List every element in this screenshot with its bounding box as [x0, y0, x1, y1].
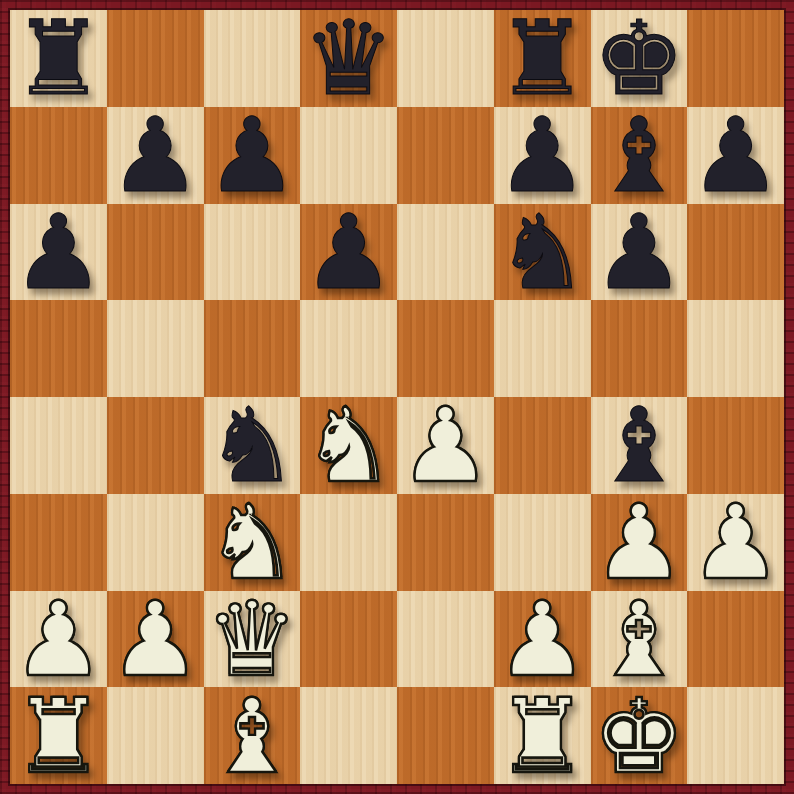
- piece-black-king[interactable]: ♚: [593, 10, 685, 106]
- square-a5[interactable]: [10, 300, 107, 397]
- piece-white-pawn[interactable]: ♟: [689, 494, 781, 590]
- piece-black-bishop[interactable]: ♝: [593, 107, 685, 203]
- piece-black-pawn[interactable]: ♟: [206, 107, 298, 203]
- square-b2[interactable]: ♟: [107, 591, 204, 688]
- square-h2[interactable]: [687, 591, 784, 688]
- square-e1[interactable]: [397, 687, 494, 784]
- square-b4[interactable]: [107, 397, 204, 494]
- piece-white-knight[interactable]: ♞: [206, 494, 298, 590]
- square-d7[interactable]: [300, 107, 397, 204]
- piece-white-pawn[interactable]: ♟: [399, 397, 491, 493]
- square-g2[interactable]: ♝: [591, 591, 688, 688]
- square-c5[interactable]: [204, 300, 301, 397]
- piece-white-pawn[interactable]: ♟: [109, 591, 201, 687]
- square-c3[interactable]: ♞: [204, 494, 301, 591]
- square-f1[interactable]: ♜: [494, 687, 591, 784]
- square-e4[interactable]: ♟: [397, 397, 494, 494]
- square-d5[interactable]: [300, 300, 397, 397]
- piece-black-rook[interactable]: ♜: [12, 10, 104, 106]
- square-d2[interactable]: [300, 591, 397, 688]
- piece-white-rook[interactable]: ♜: [12, 688, 104, 784]
- piece-white-rook[interactable]: ♜: [496, 688, 588, 784]
- square-c7[interactable]: ♟: [204, 107, 301, 204]
- square-b3[interactable]: [107, 494, 204, 591]
- square-e5[interactable]: [397, 300, 494, 397]
- square-d1[interactable]: [300, 687, 397, 784]
- square-d8[interactable]: ♛: [300, 10, 397, 107]
- square-h8[interactable]: [687, 10, 784, 107]
- square-a7[interactable]: [10, 107, 107, 204]
- square-d3[interactable]: [300, 494, 397, 591]
- square-c4[interactable]: ♞: [204, 397, 301, 494]
- square-g5[interactable]: [591, 300, 688, 397]
- square-h5[interactable]: [687, 300, 784, 397]
- square-b7[interactable]: ♟: [107, 107, 204, 204]
- square-h4[interactable]: [687, 397, 784, 494]
- square-e3[interactable]: [397, 494, 494, 591]
- square-h7[interactable]: ♟: [687, 107, 784, 204]
- piece-black-rook[interactable]: ♜: [496, 10, 588, 106]
- square-b6[interactable]: [107, 204, 204, 301]
- chess-board: ♜♛♜♚♟♟♟♝♟♟♟♞♟♞♞♟♝♞♟♟♟♟♛♟♝♜♝♜♚: [10, 10, 784, 784]
- piece-black-pawn[interactable]: ♟: [593, 204, 685, 300]
- piece-white-bishop[interactable]: ♝: [593, 591, 685, 687]
- square-e8[interactable]: [397, 10, 494, 107]
- piece-black-pawn[interactable]: ♟: [689, 107, 781, 203]
- square-c1[interactable]: ♝: [204, 687, 301, 784]
- piece-white-pawn[interactable]: ♟: [496, 591, 588, 687]
- piece-white-king[interactable]: ♚: [593, 688, 685, 784]
- piece-black-queen[interactable]: ♛: [302, 10, 394, 106]
- square-e2[interactable]: [397, 591, 494, 688]
- square-h1[interactable]: [687, 687, 784, 784]
- piece-black-pawn[interactable]: ♟: [109, 107, 201, 203]
- square-d6[interactable]: ♟: [300, 204, 397, 301]
- square-e7[interactable]: [397, 107, 494, 204]
- square-f4[interactable]: [494, 397, 591, 494]
- square-h3[interactable]: ♟: [687, 494, 784, 591]
- square-f3[interactable]: [494, 494, 591, 591]
- square-f2[interactable]: ♟: [494, 591, 591, 688]
- square-g6[interactable]: ♟: [591, 204, 688, 301]
- square-f5[interactable]: [494, 300, 591, 397]
- square-b5[interactable]: [107, 300, 204, 397]
- square-a2[interactable]: ♟: [10, 591, 107, 688]
- square-f6[interactable]: ♞: [494, 204, 591, 301]
- square-f7[interactable]: ♟: [494, 107, 591, 204]
- square-a8[interactable]: ♜: [10, 10, 107, 107]
- square-g1[interactable]: ♚: [591, 687, 688, 784]
- piece-white-pawn[interactable]: ♟: [593, 494, 685, 590]
- square-e6[interactable]: [397, 204, 494, 301]
- square-b8[interactable]: [107, 10, 204, 107]
- square-b1[interactable]: [107, 687, 204, 784]
- square-c2[interactable]: ♛: [204, 591, 301, 688]
- square-c6[interactable]: [204, 204, 301, 301]
- piece-white-bishop[interactable]: ♝: [206, 688, 298, 784]
- piece-white-queen[interactable]: ♛: [206, 591, 298, 687]
- piece-white-knight[interactable]: ♞: [302, 397, 394, 493]
- piece-black-bishop[interactable]: ♝: [593, 397, 685, 493]
- piece-black-knight[interactable]: ♞: [206, 397, 298, 493]
- square-g7[interactable]: ♝: [591, 107, 688, 204]
- board-frame: ♜♛♜♚♟♟♟♝♟♟♟♞♟♞♞♟♝♞♟♟♟♟♛♟♝♜♝♜♚: [0, 0, 794, 794]
- square-f8[interactable]: ♜: [494, 10, 591, 107]
- square-a3[interactable]: [10, 494, 107, 591]
- square-h6[interactable]: [687, 204, 784, 301]
- square-g4[interactable]: ♝: [591, 397, 688, 494]
- square-c8[interactable]: [204, 10, 301, 107]
- piece-black-knight[interactable]: ♞: [496, 204, 588, 300]
- piece-white-pawn[interactable]: ♟: [12, 591, 104, 687]
- square-d4[interactable]: ♞: [300, 397, 397, 494]
- square-g3[interactable]: ♟: [591, 494, 688, 591]
- square-a1[interactable]: ♜: [10, 687, 107, 784]
- square-g8[interactable]: ♚: [591, 10, 688, 107]
- piece-black-pawn[interactable]: ♟: [496, 107, 588, 203]
- piece-black-pawn[interactable]: ♟: [302, 204, 394, 300]
- square-a4[interactable]: [10, 397, 107, 494]
- square-a6[interactable]: ♟: [10, 204, 107, 301]
- piece-black-pawn[interactable]: ♟: [12, 204, 104, 300]
